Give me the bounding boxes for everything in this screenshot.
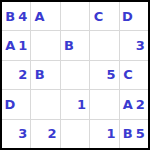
cell-r3c5[interactable]: C	[120, 61, 148, 89]
cell-r2c5[interactable]: 3	[120, 31, 148, 59]
digit-glyph: 5	[134, 127, 148, 140]
letter-glyph: B	[31, 68, 45, 81]
cell-r1c5[interactable]: D	[120, 2, 148, 30]
cell-r4c1[interactable]: D	[2, 90, 30, 118]
cell-r2c1[interactable]: A1	[2, 31, 30, 59]
letter-glyph: B	[61, 39, 75, 52]
cell-r4c5[interactable]: A2	[120, 90, 148, 118]
letter-glyph: A	[120, 98, 134, 111]
cell-r5c1[interactable]: 3	[2, 120, 30, 148]
digit-glyph: 3	[134, 39, 148, 52]
digit-glyph: 2	[134, 98, 148, 111]
cell-r3c1[interactable]: 2	[2, 61, 30, 89]
cell-r1c4[interactable]: C	[90, 2, 118, 30]
letter-glyph: D	[120, 10, 134, 23]
digit-glyph: 1	[75, 98, 89, 111]
cell-r3c2[interactable]: B	[31, 61, 59, 89]
cell-r1c1[interactable]: B4	[2, 2, 30, 30]
cell-r1c3[interactable]	[61, 2, 89, 30]
cell-r5c5[interactable]: B5	[120, 120, 148, 148]
letter-glyph: B	[2, 10, 16, 23]
letter-glyph: B	[120, 127, 134, 140]
letter-glyph: A	[2, 39, 16, 52]
cell-r2c2[interactable]	[31, 31, 59, 59]
letter-glyph: C	[90, 10, 104, 23]
letter-glyph: A	[31, 10, 45, 23]
cell-r4c2[interactable]	[31, 90, 59, 118]
cell-r3c4[interactable]: 5	[90, 61, 118, 89]
letter-glyph: D	[2, 98, 16, 111]
cell-r5c4[interactable]: 1	[90, 120, 118, 148]
cell-r4c3[interactable]: 1	[61, 90, 89, 118]
letter-glyph: C	[120, 68, 134, 81]
digit-glyph: 5	[104, 68, 118, 81]
cell-r3c3[interactable]	[61, 61, 89, 89]
digit-glyph: 3	[16, 127, 30, 140]
digit-glyph: 1	[104, 127, 118, 140]
digit-glyph: 4	[16, 10, 30, 23]
cell-r5c2[interactable]: 2	[31, 120, 59, 148]
digit-glyph: 2	[46, 127, 60, 140]
cell-r2c4[interactable]	[90, 31, 118, 59]
digit-glyph: 2	[16, 68, 30, 81]
cell-r2c3[interactable]: B	[61, 31, 89, 59]
puzzle-board: B4ACDA1B32B5CD1A2321B5	[0, 0, 150, 150]
cell-r5c3[interactable]	[61, 120, 89, 148]
digit-glyph: 1	[16, 39, 30, 52]
cell-r4c4[interactable]	[90, 90, 118, 118]
cell-r1c2[interactable]: A	[31, 2, 59, 30]
